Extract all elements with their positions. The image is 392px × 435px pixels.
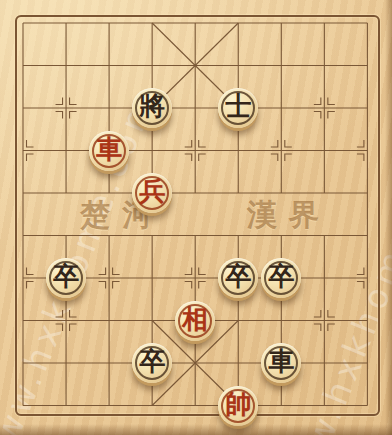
piece-glyph: 卒 (53, 264, 79, 290)
piece-black-chariot[interactable]: 車 (261, 343, 301, 383)
piece-red-elephant[interactable]: 相 (175, 301, 215, 341)
piece-red-soldier[interactable]: 兵 (132, 173, 172, 213)
piece-glyph: 車 (96, 137, 122, 163)
piece-glyph: 卒 (268, 264, 294, 290)
piece-glyph: 卒 (225, 264, 251, 290)
piece-glyph: 相 (182, 307, 208, 333)
piece-black-soldier[interactable]: 卒 (218, 258, 258, 298)
piece-glyph: 兵 (139, 179, 165, 205)
piece-black-soldier[interactable]: 卒 (46, 258, 86, 298)
piece-red-general[interactable]: 帥 (218, 386, 258, 426)
piece-black-general[interactable]: 將 (132, 88, 172, 128)
piece-black-soldier[interactable]: 卒 (261, 258, 301, 298)
piece-glyph: 車 (268, 349, 294, 375)
piece-red-chariot[interactable]: 車 (89, 131, 129, 171)
piece-glyph: 士 (225, 94, 251, 120)
piece-black-soldier[interactable]: 卒 (132, 343, 172, 383)
board-intersections-grid[interactable]: 將士車兵卒卒卒相卒車帥 (2, 2, 389, 427)
xiangqi-board: www.hxkhome.com www.hxkhome.com 楚河 漢界 將士… (0, 0, 392, 435)
piece-glyph: 帥 (225, 392, 251, 418)
piece-glyph: 卒 (139, 349, 165, 375)
piece-glyph: 將 (139, 94, 165, 120)
piece-black-advisor[interactable]: 士 (218, 88, 258, 128)
